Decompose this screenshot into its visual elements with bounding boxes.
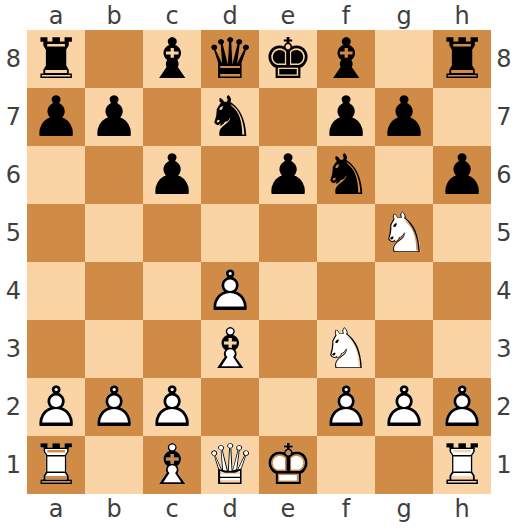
square-f5[interactable] xyxy=(317,204,375,262)
piece-white-bishop: ♝♗ xyxy=(201,320,259,378)
square-e7[interactable] xyxy=(259,88,317,146)
piece-white-pawn: ♟♙ xyxy=(27,378,85,436)
corner-spacer xyxy=(491,0,517,30)
piece-black-king: ♚ xyxy=(259,30,317,88)
piece-fill-glyph: ♝ xyxy=(201,320,259,378)
square-e5[interactable] xyxy=(259,204,317,262)
square-b4[interactable] xyxy=(85,262,143,320)
piece-fill-glyph: ♟ xyxy=(375,378,433,436)
piece-fill-glyph: ♝ xyxy=(143,436,201,494)
piece-white-pawn: ♟♙ xyxy=(201,262,259,320)
square-c3[interactable] xyxy=(143,320,201,378)
square-d7[interactable]: ♞ xyxy=(201,88,259,146)
square-d6[interactable] xyxy=(201,146,259,204)
rank-label-left-2: 2 xyxy=(0,378,27,436)
square-f4[interactable] xyxy=(317,262,375,320)
square-g1[interactable] xyxy=(375,436,433,494)
rank-label-left-7: 7 xyxy=(0,88,27,146)
piece-fill-glyph: ♟ xyxy=(201,262,259,320)
chessboard-page: abcdefgh8♜♝♛♚♝♜87♟♟♞♟♟76♟♟♞♟65♞♘54♟♙43♝♗… xyxy=(0,0,517,530)
piece-black-knight: ♞ xyxy=(201,88,259,146)
file-label-top-a: a xyxy=(27,0,85,30)
rank-label-right-5: 5 xyxy=(491,204,517,262)
square-a8[interactable]: ♜ xyxy=(27,30,85,88)
piece-outline-glyph: ♕ xyxy=(201,436,259,494)
piece-fill-glyph: ♟ xyxy=(433,378,491,436)
square-a7[interactable]: ♟ xyxy=(27,88,85,146)
square-b6[interactable] xyxy=(85,146,143,204)
square-f3[interactable]: ♞♘ xyxy=(317,320,375,378)
file-label-bottom-a: a xyxy=(27,494,85,530)
square-d4[interactable]: ♟♙ xyxy=(201,262,259,320)
file-label-bottom-d: d xyxy=(201,494,259,530)
square-g7[interactable]: ♟ xyxy=(375,88,433,146)
piece-black-pawn: ♟ xyxy=(27,88,85,146)
piece-outline-glyph: ♙ xyxy=(433,378,491,436)
square-e8[interactable]: ♚ xyxy=(259,30,317,88)
piece-white-bishop: ♝♗ xyxy=(143,436,201,494)
square-c8[interactable]: ♝ xyxy=(143,30,201,88)
square-e4[interactable] xyxy=(259,262,317,320)
piece-fill-glyph: ♝ xyxy=(317,30,375,88)
piece-white-knight: ♞♘ xyxy=(317,320,375,378)
rank-label-right-4: 4 xyxy=(491,262,517,320)
file-label-top-h: h xyxy=(433,0,491,30)
square-b3[interactable] xyxy=(85,320,143,378)
piece-black-pawn: ♟ xyxy=(143,146,201,204)
square-a4[interactable] xyxy=(27,262,85,320)
square-c5[interactable] xyxy=(143,204,201,262)
square-g4[interactable] xyxy=(375,262,433,320)
rank-label-left-1: 1 xyxy=(0,436,27,494)
piece-outline-glyph: ♙ xyxy=(375,378,433,436)
piece-fill-glyph: ♚ xyxy=(259,30,317,88)
piece-outline-glyph: ♘ xyxy=(375,204,433,262)
piece-white-pawn: ♟♙ xyxy=(143,378,201,436)
square-d1[interactable]: ♛♕ xyxy=(201,436,259,494)
file-label-top-g: g xyxy=(375,0,433,30)
rank-label-right-8: 8 xyxy=(491,30,517,88)
rank-label-right-3: 3 xyxy=(491,320,517,378)
square-h4[interactable] xyxy=(433,262,491,320)
piece-fill-glyph: ♜ xyxy=(27,436,85,494)
piece-fill-glyph: ♛ xyxy=(201,436,259,494)
piece-fill-glyph: ♟ xyxy=(27,378,85,436)
rank-label-right-2: 2 xyxy=(491,378,517,436)
piece-white-pawn: ♟♙ xyxy=(375,378,433,436)
square-a5[interactable] xyxy=(27,204,85,262)
piece-fill-glyph: ♟ xyxy=(143,378,201,436)
piece-white-pawn: ♟♙ xyxy=(433,378,491,436)
piece-outline-glyph: ♘ xyxy=(317,320,375,378)
square-d3[interactable]: ♝♗ xyxy=(201,320,259,378)
rank-label-right-6: 6 xyxy=(491,146,517,204)
piece-black-knight: ♞ xyxy=(317,146,375,204)
square-d8[interactable]: ♛ xyxy=(201,30,259,88)
corner-spacer xyxy=(491,494,517,530)
piece-white-knight: ♞♘ xyxy=(375,204,433,262)
piece-black-pawn: ♟ xyxy=(259,146,317,204)
square-h7[interactable] xyxy=(433,88,491,146)
piece-fill-glyph: ♟ xyxy=(27,88,85,146)
corner-spacer xyxy=(0,494,27,530)
square-f7[interactable]: ♟ xyxy=(317,88,375,146)
piece-fill-glyph: ♟ xyxy=(85,88,143,146)
square-g6[interactable] xyxy=(375,146,433,204)
rank-label-right-1: 1 xyxy=(491,436,517,494)
piece-black-pawn: ♟ xyxy=(317,88,375,146)
file-label-bottom-e: e xyxy=(259,494,317,530)
piece-fill-glyph: ♟ xyxy=(317,378,375,436)
square-a3[interactable] xyxy=(27,320,85,378)
piece-white-rook: ♜♖ xyxy=(433,436,491,494)
file-label-bottom-h: h xyxy=(433,494,491,530)
piece-outline-glyph: ♙ xyxy=(317,378,375,436)
square-f1[interactable] xyxy=(317,436,375,494)
piece-fill-glyph: ♞ xyxy=(201,88,259,146)
square-g2[interactable]: ♟♙ xyxy=(375,378,433,436)
rank-label-left-5: 5 xyxy=(0,204,27,262)
file-label-top-e: e xyxy=(259,0,317,30)
square-b1[interactable] xyxy=(85,436,143,494)
square-g5[interactable]: ♞♘ xyxy=(375,204,433,262)
file-label-bottom-f: f xyxy=(317,494,375,530)
square-e2[interactable] xyxy=(259,378,317,436)
piece-black-bishop: ♝ xyxy=(317,30,375,88)
square-h2[interactable]: ♟♙ xyxy=(433,378,491,436)
piece-outline-glyph: ♙ xyxy=(143,378,201,436)
square-c2[interactable]: ♟♙ xyxy=(143,378,201,436)
piece-outline-glyph: ♗ xyxy=(143,436,201,494)
piece-white-rook: ♜♖ xyxy=(27,436,85,494)
piece-outline-glyph: ♔ xyxy=(259,436,317,494)
square-e6[interactable]: ♟ xyxy=(259,146,317,204)
square-g8[interactable] xyxy=(375,30,433,88)
square-b2[interactable]: ♟♙ xyxy=(85,378,143,436)
piece-fill-glyph: ♟ xyxy=(143,146,201,204)
piece-fill-glyph: ♚ xyxy=(259,436,317,494)
piece-fill-glyph: ♛ xyxy=(201,30,259,88)
square-b8[interactable] xyxy=(85,30,143,88)
file-label-top-d: d xyxy=(201,0,259,30)
piece-black-pawn: ♟ xyxy=(85,88,143,146)
piece-outline-glyph: ♙ xyxy=(201,262,259,320)
rank-label-left-6: 6 xyxy=(0,146,27,204)
piece-white-pawn: ♟♙ xyxy=(317,378,375,436)
piece-fill-glyph: ♝ xyxy=(143,30,201,88)
square-b5[interactable] xyxy=(85,204,143,262)
file-label-bottom-g: g xyxy=(375,494,433,530)
piece-black-rook: ♜ xyxy=(27,30,85,88)
piece-outline-glyph: ♖ xyxy=(27,436,85,494)
piece-fill-glyph: ♞ xyxy=(375,204,433,262)
piece-fill-glyph: ♜ xyxy=(433,30,491,88)
rank-label-left-4: 4 xyxy=(0,262,27,320)
square-d5[interactable] xyxy=(201,204,259,262)
file-label-bottom-b: b xyxy=(85,494,143,530)
square-e1[interactable]: ♚♔ xyxy=(259,436,317,494)
rank-label-left-3: 3 xyxy=(0,320,27,378)
piece-black-bishop: ♝ xyxy=(143,30,201,88)
piece-black-pawn: ♟ xyxy=(433,146,491,204)
square-c4[interactable] xyxy=(143,262,201,320)
corner-spacer xyxy=(0,0,27,30)
square-f6[interactable]: ♞ xyxy=(317,146,375,204)
piece-black-pawn: ♟ xyxy=(375,88,433,146)
square-a6[interactable] xyxy=(27,146,85,204)
square-h1[interactable]: ♜♖ xyxy=(433,436,491,494)
piece-fill-glyph: ♟ xyxy=(375,88,433,146)
square-c1[interactable]: ♝♗ xyxy=(143,436,201,494)
piece-white-pawn: ♟♙ xyxy=(85,378,143,436)
piece-white-king: ♚♔ xyxy=(259,436,317,494)
square-c7[interactable] xyxy=(143,88,201,146)
piece-black-queen: ♛ xyxy=(201,30,259,88)
file-label-top-c: c xyxy=(143,0,201,30)
file-label-top-b: b xyxy=(85,0,143,30)
piece-outline-glyph: ♖ xyxy=(433,436,491,494)
square-a1[interactable]: ♜♖ xyxy=(27,436,85,494)
piece-fill-glyph: ♟ xyxy=(433,146,491,204)
piece-outline-glyph: ♙ xyxy=(85,378,143,436)
piece-fill-glyph: ♜ xyxy=(27,30,85,88)
square-c6[interactable]: ♟ xyxy=(143,146,201,204)
rank-label-right-7: 7 xyxy=(491,88,517,146)
file-label-top-f: f xyxy=(317,0,375,30)
piece-fill-glyph: ♞ xyxy=(317,320,375,378)
rank-label-left-8: 8 xyxy=(0,30,27,88)
piece-white-queen: ♛♕ xyxy=(201,436,259,494)
square-h3[interactable] xyxy=(433,320,491,378)
square-d2[interactable] xyxy=(201,378,259,436)
piece-fill-glyph: ♟ xyxy=(85,378,143,436)
piece-outline-glyph: ♗ xyxy=(201,320,259,378)
square-h5[interactable] xyxy=(433,204,491,262)
piece-black-rook: ♜ xyxy=(433,30,491,88)
square-h6[interactable]: ♟ xyxy=(433,146,491,204)
square-f8[interactable]: ♝ xyxy=(317,30,375,88)
square-g3[interactable] xyxy=(375,320,433,378)
piece-outline-glyph: ♙ xyxy=(27,378,85,436)
piece-fill-glyph: ♟ xyxy=(259,146,317,204)
piece-fill-glyph: ♜ xyxy=(433,436,491,494)
square-h8[interactable]: ♜ xyxy=(433,30,491,88)
square-e3[interactable] xyxy=(259,320,317,378)
piece-fill-glyph: ♞ xyxy=(317,146,375,204)
square-f2[interactable]: ♟♙ xyxy=(317,378,375,436)
chess-board: abcdefgh8♜♝♛♚♝♜87♟♟♞♟♟76♟♟♞♟65♞♘54♟♙43♝♗… xyxy=(0,0,517,530)
file-label-bottom-c: c xyxy=(143,494,201,530)
square-b7[interactable]: ♟ xyxy=(85,88,143,146)
square-a2[interactable]: ♟♙ xyxy=(27,378,85,436)
piece-fill-glyph: ♟ xyxy=(317,88,375,146)
